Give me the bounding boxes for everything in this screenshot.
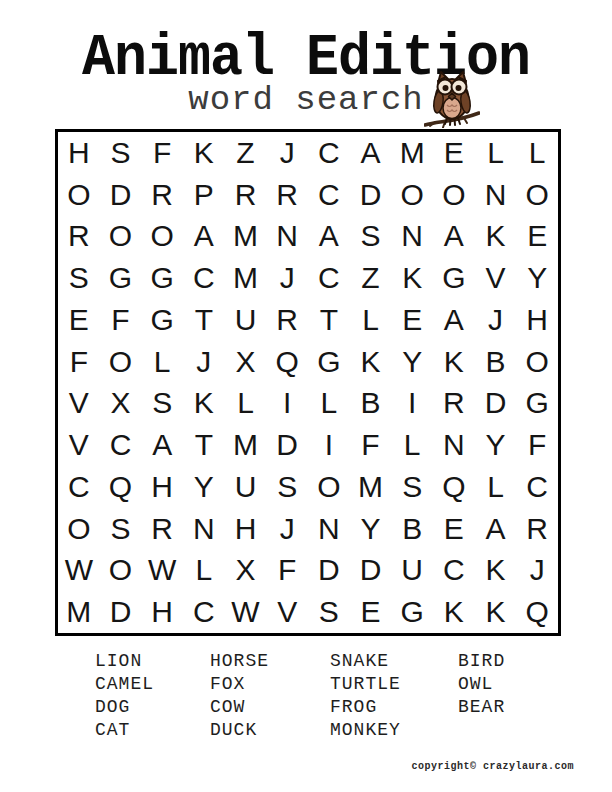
cell-r7c4[interactable]: K: [183, 383, 225, 425]
cell-r10c9[interactable]: B: [391, 508, 433, 550]
cell-r1c3[interactable]: F: [141, 132, 183, 174]
cell-r10c12[interactable]: R: [516, 508, 558, 550]
cell-r9c3[interactable]: H: [141, 466, 183, 508]
cell-r11c5[interactable]: X: [225, 550, 267, 592]
cell-r11c2[interactable]: O: [100, 550, 142, 592]
cell-r12c5[interactable]: W: [225, 591, 267, 633]
cell-r5c3[interactable]: G: [141, 299, 183, 341]
cell-r10c11[interactable]: A: [475, 508, 517, 550]
cell-r12c6[interactable]: V: [266, 591, 308, 633]
cell-r10c10[interactable]: E: [433, 508, 475, 550]
cell-r8c12[interactable]: F: [516, 424, 558, 466]
cell-r5c12[interactable]: H: [516, 299, 558, 341]
cell-r6c8[interactable]: K: [350, 341, 392, 383]
cell-r4c3[interactable]: G: [141, 257, 183, 299]
cell-r3c1[interactable]: R: [58, 216, 100, 258]
cell-r3c7[interactable]: A: [308, 216, 350, 258]
cell-r9c9[interactable]: S: [391, 466, 433, 508]
cell-r7c5[interactable]: L: [225, 383, 267, 425]
cell-r10c3[interactable]: R: [141, 508, 183, 550]
cell-r2c9[interactable]: O: [391, 174, 433, 216]
cell-r2c11[interactable]: N: [475, 174, 517, 216]
cell-r3c9[interactable]: N: [391, 216, 433, 258]
cell-r8c10[interactable]: N: [433, 424, 475, 466]
word-monkey[interactable]: MONKEY: [330, 719, 458, 742]
cell-r3c12[interactable]: E: [516, 216, 558, 258]
cell-r4c6[interactable]: J: [266, 257, 308, 299]
cell-r10c4[interactable]: N: [183, 508, 225, 550]
cell-r3c11[interactable]: K: [475, 216, 517, 258]
cell-r3c2[interactable]: O: [100, 216, 142, 258]
cell-r3c10[interactable]: A: [433, 216, 475, 258]
cell-r2c3[interactable]: R: [141, 174, 183, 216]
cell-r2c12[interactable]: O: [516, 174, 558, 216]
word-duck[interactable]: DUCK: [210, 719, 330, 742]
cell-r3c8[interactable]: S: [350, 216, 392, 258]
cell-r11c10[interactable]: C: [433, 550, 475, 592]
cell-r5c11[interactable]: J: [475, 299, 517, 341]
cell-r6c9[interactable]: Y: [391, 341, 433, 383]
cell-r5c6[interactable]: R: [266, 299, 308, 341]
cell-r7c6[interactable]: I: [266, 383, 308, 425]
cell-r3c4[interactable]: A: [183, 216, 225, 258]
cell-r6c12[interactable]: O: [516, 341, 558, 383]
cell-r4c12[interactable]: Y: [516, 257, 558, 299]
cell-r1c10[interactable]: E: [433, 132, 475, 174]
cell-r12c2[interactable]: D: [100, 591, 142, 633]
copyright-text: copyright© crazylaura.com: [411, 761, 574, 772]
cell-r11c4[interactable]: L: [183, 550, 225, 592]
word-bear[interactable]: BEAR: [458, 696, 505, 719]
cell-r12c1[interactable]: M: [58, 591, 100, 633]
cell-r3c6[interactable]: N: [266, 216, 308, 258]
cell-r1c7[interactable]: C: [308, 132, 350, 174]
cell-r12c4[interactable]: C: [183, 591, 225, 633]
cell-r7c3[interactable]: S: [141, 383, 183, 425]
word-owl[interactable]: OWL: [458, 673, 505, 696]
cell-r10c2[interactable]: S: [100, 508, 142, 550]
cell-r5c7[interactable]: T: [308, 299, 350, 341]
worksheet-page: Animal Edition word search HSFKZJCAMELLO…: [0, 0, 612, 792]
cell-r9c6[interactable]: S: [266, 466, 308, 508]
cell-r1c5[interactable]: Z: [225, 132, 267, 174]
cell-r6c4[interactable]: J: [183, 341, 225, 383]
cell-r8c1[interactable]: V: [58, 424, 100, 466]
cell-r1c11[interactable]: L: [475, 132, 517, 174]
cell-r5c10[interactable]: A: [433, 299, 475, 341]
cell-r12c7[interactable]: S: [308, 591, 350, 633]
cell-r9c5[interactable]: U: [225, 466, 267, 508]
cell-r1c2[interactable]: S: [100, 132, 142, 174]
cell-r8c7[interactable]: I: [308, 424, 350, 466]
cell-r9c7[interactable]: O: [308, 466, 350, 508]
cell-r4c11[interactable]: V: [475, 257, 517, 299]
word-bird[interactable]: BIRD: [458, 650, 505, 673]
cell-r6c11[interactable]: B: [475, 341, 517, 383]
cell-r2c1[interactable]: O: [58, 174, 100, 216]
word-turtle[interactable]: TURTLE: [330, 673, 458, 696]
cell-r8c4[interactable]: T: [183, 424, 225, 466]
cell-r5c2[interactable]: F: [100, 299, 142, 341]
cell-r11c9[interactable]: U: [391, 550, 433, 592]
cell-r8c3[interactable]: A: [141, 424, 183, 466]
cell-r9c8[interactable]: M: [350, 466, 392, 508]
cell-r4c7[interactable]: C: [308, 257, 350, 299]
cell-r3c3[interactable]: O: [141, 216, 183, 258]
cell-r2c2[interactable]: D: [100, 174, 142, 216]
word-search-grid: HSFKZJCAMELLODRPRRCDOONOROOAMNASNAKESGGC…: [55, 129, 561, 636]
cell-r8c6[interactable]: D: [266, 424, 308, 466]
cell-r4c10[interactable]: G: [433, 257, 475, 299]
cell-r5c1[interactable]: E: [58, 299, 100, 341]
cell-r12c10[interactable]: K: [433, 591, 475, 633]
word-cat[interactable]: CAT: [95, 719, 210, 742]
cell-r6c6[interactable]: Q: [266, 341, 308, 383]
cell-r10c7[interactable]: N: [308, 508, 350, 550]
cell-r7c2[interactable]: X: [100, 383, 142, 425]
cell-r2c6[interactable]: R: [266, 174, 308, 216]
cell-r7c8[interactable]: B: [350, 383, 392, 425]
cell-r8c8[interactable]: F: [350, 424, 392, 466]
cell-r7c1[interactable]: V: [58, 383, 100, 425]
cell-r9c4[interactable]: Y: [183, 466, 225, 508]
cell-r1c12[interactable]: L: [516, 132, 558, 174]
cell-r8c2[interactable]: C: [100, 424, 142, 466]
cell-r2c10[interactable]: O: [433, 174, 475, 216]
cell-r8c5[interactable]: M: [225, 424, 267, 466]
cell-r5c9[interactable]: E: [391, 299, 433, 341]
word-cow[interactable]: COW: [210, 696, 330, 719]
cell-r12c9[interactable]: G: [391, 591, 433, 633]
cell-r9c1[interactable]: C: [58, 466, 100, 508]
word-list: LIONCAMELDOGCATHORSEFOXCOWDUCKSNAKETURTL…: [95, 650, 505, 742]
cell-r10c6[interactable]: J: [266, 508, 308, 550]
page-subtitle: word search: [0, 81, 612, 119]
cell-r4c9[interactable]: K: [391, 257, 433, 299]
cell-r12c8[interactable]: E: [350, 591, 392, 633]
cell-r11c7[interactable]: D: [308, 550, 350, 592]
cell-r7c10[interactable]: R: [433, 383, 475, 425]
cell-r11c11[interactable]: K: [475, 550, 517, 592]
word-dog[interactable]: DOG: [95, 696, 210, 719]
cell-r11c6[interactable]: F: [266, 550, 308, 592]
cell-r1c9[interactable]: M: [391, 132, 433, 174]
cell-r9c10[interactable]: Q: [433, 466, 475, 508]
cell-r6c3[interactable]: L: [141, 341, 183, 383]
cell-r10c8[interactable]: Y: [350, 508, 392, 550]
word-camel[interactable]: CAMEL: [95, 673, 210, 696]
cell-r12c3[interactable]: H: [141, 591, 183, 633]
cell-r6c10[interactable]: K: [433, 341, 475, 383]
cell-r2c5[interactable]: R: [225, 174, 267, 216]
cell-r6c7[interactable]: G: [308, 341, 350, 383]
cell-r7c12[interactable]: G: [516, 383, 558, 425]
cell-r9c12[interactable]: C: [516, 466, 558, 508]
word-column-2: HORSEFOXCOWDUCK: [210, 650, 330, 742]
cell-r4c1[interactable]: S: [58, 257, 100, 299]
cell-r11c12[interactable]: J: [516, 550, 558, 592]
cell-r7c11[interactable]: D: [475, 383, 517, 425]
cell-r5c8[interactable]: L: [350, 299, 392, 341]
owl-icon: [424, 70, 480, 128]
cell-r10c1[interactable]: O: [58, 508, 100, 550]
word-column-3: SNAKETURTLEFROGMONKEY: [330, 650, 458, 742]
word-fox[interactable]: FOX: [210, 673, 330, 696]
cell-r8c9[interactable]: L: [391, 424, 433, 466]
cell-r4c4[interactable]: C: [183, 257, 225, 299]
cell-r5c5[interactable]: U: [225, 299, 267, 341]
cell-r1c6[interactable]: J: [266, 132, 308, 174]
cell-r9c11[interactable]: L: [475, 466, 517, 508]
cell-r3c5[interactable]: M: [225, 216, 267, 258]
cell-r5c4[interactable]: T: [183, 299, 225, 341]
cell-r4c2[interactable]: G: [100, 257, 142, 299]
cell-r10c5[interactable]: H: [225, 508, 267, 550]
cell-r7c9[interactable]: I: [391, 383, 433, 425]
cell-r6c2[interactable]: O: [100, 341, 142, 383]
cell-r6c1[interactable]: F: [58, 341, 100, 383]
word-frog[interactable]: FROG: [330, 696, 458, 719]
word-column-1: LIONCAMELDOGCAT: [95, 650, 210, 742]
cell-r11c1[interactable]: W: [58, 550, 100, 592]
cell-r8c11[interactable]: Y: [475, 424, 517, 466]
cell-r1c4[interactable]: K: [183, 132, 225, 174]
cell-r6c5[interactable]: X: [225, 341, 267, 383]
cell-r2c4[interactable]: P: [183, 174, 225, 216]
cell-r2c7[interactable]: C: [308, 174, 350, 216]
cell-r2c8[interactable]: D: [350, 174, 392, 216]
cell-r9c2[interactable]: Q: [100, 466, 142, 508]
cell-r11c8[interactable]: D: [350, 550, 392, 592]
cell-r1c1[interactable]: H: [58, 132, 100, 174]
cell-r4c8[interactable]: Z: [350, 257, 392, 299]
word-horse[interactable]: HORSE: [210, 650, 330, 673]
cell-r1c8[interactable]: A: [350, 132, 392, 174]
cell-r4c5[interactable]: M: [225, 257, 267, 299]
cell-r12c11[interactable]: K: [475, 591, 517, 633]
cell-r12c12[interactable]: Q: [516, 591, 558, 633]
word-column-4: BIRDOWLBEAR: [458, 650, 505, 742]
cell-r7c7[interactable]: L: [308, 383, 350, 425]
word-snake[interactable]: SNAKE: [330, 650, 458, 673]
word-lion[interactable]: LION: [95, 650, 210, 673]
cell-r11c3[interactable]: W: [141, 550, 183, 592]
